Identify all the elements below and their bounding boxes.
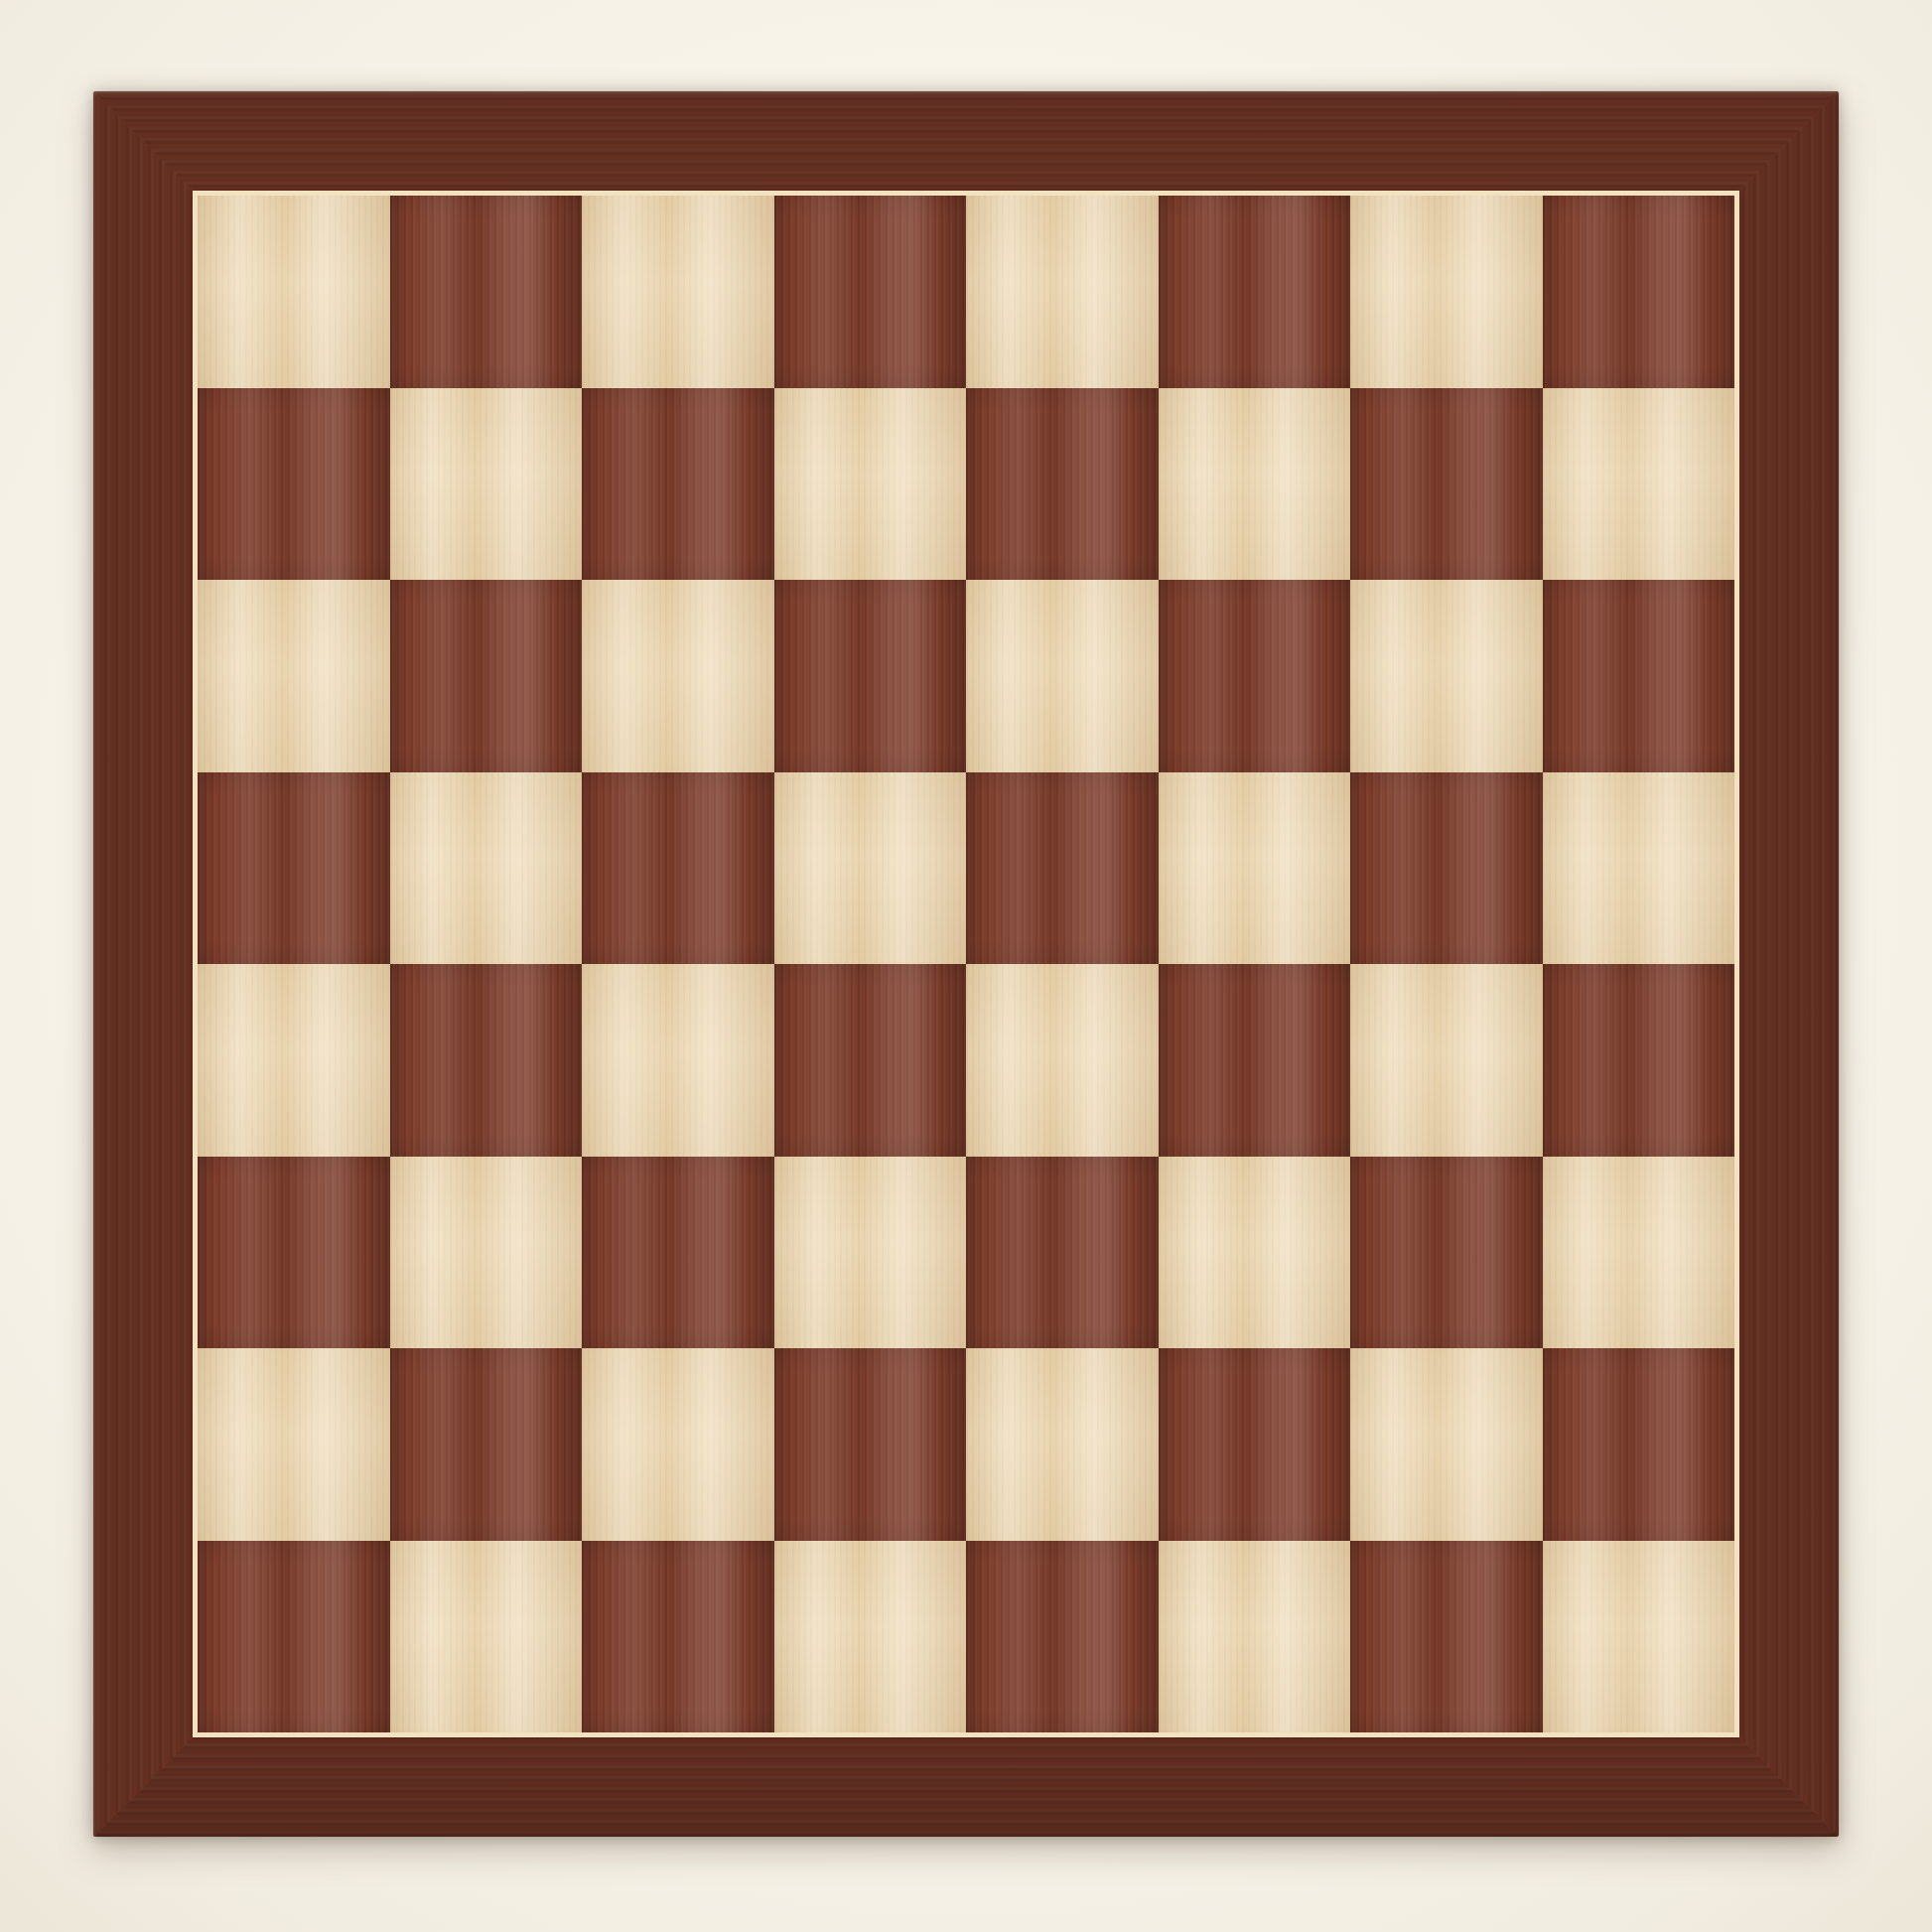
product-photo-background: [0, 0, 1932, 1932]
square-b3: [390, 1157, 583, 1349]
square-g7: [1350, 388, 1543, 581]
square-a5: [198, 772, 390, 965]
square-e7: [966, 388, 1159, 581]
square-e8: [966, 196, 1159, 388]
square-f6: [1159, 580, 1351, 772]
square-c3: [582, 1157, 774, 1349]
square-b1: [390, 1541, 583, 1733]
square-g4: [1350, 964, 1543, 1157]
square-g1: [1350, 1541, 1543, 1733]
square-a8: [198, 196, 390, 388]
square-f4: [1159, 964, 1351, 1157]
square-b4: [390, 964, 583, 1157]
square-d1: [774, 1541, 967, 1733]
square-a2: [198, 1348, 390, 1541]
square-h2: [1543, 1348, 1735, 1541]
square-f8: [1159, 196, 1351, 388]
square-d4: [774, 964, 967, 1157]
square-f7: [1159, 388, 1351, 581]
square-e2: [966, 1348, 1159, 1541]
square-c2: [582, 1348, 774, 1541]
chess-board: [93, 91, 1839, 1837]
square-b8: [390, 196, 583, 388]
square-h8: [1543, 196, 1735, 388]
playing-field: [198, 196, 1734, 1732]
square-h6: [1543, 580, 1735, 772]
square-d5: [774, 772, 967, 965]
square-a3: [198, 1157, 390, 1349]
square-d7: [774, 388, 967, 581]
square-d3: [774, 1157, 967, 1349]
square-e5: [966, 772, 1159, 965]
maple-inlay-line: [193, 191, 1739, 1737]
square-e1: [966, 1541, 1159, 1733]
square-h7: [1543, 388, 1735, 581]
square-c6: [582, 580, 774, 772]
square-b6: [390, 580, 583, 772]
square-a6: [198, 580, 390, 772]
square-c1: [582, 1541, 774, 1733]
square-e6: [966, 580, 1159, 772]
square-c8: [582, 196, 774, 388]
square-f1: [1159, 1541, 1351, 1733]
square-a1: [198, 1541, 390, 1733]
square-h1: [1543, 1541, 1735, 1733]
square-e4: [966, 964, 1159, 1157]
square-h5: [1543, 772, 1735, 965]
square-f2: [1159, 1348, 1351, 1541]
square-b7: [390, 388, 583, 581]
square-g5: [1350, 772, 1543, 965]
square-c4: [582, 964, 774, 1157]
square-f3: [1159, 1157, 1351, 1349]
square-g8: [1350, 196, 1543, 388]
square-a7: [198, 388, 390, 581]
square-g3: [1350, 1157, 1543, 1349]
square-d6: [774, 580, 967, 772]
square-a4: [198, 964, 390, 1157]
square-c7: [582, 388, 774, 581]
square-b2: [390, 1348, 583, 1541]
square-d2: [774, 1348, 967, 1541]
square-c5: [582, 772, 774, 965]
square-h4: [1543, 964, 1735, 1157]
square-h3: [1543, 1157, 1735, 1349]
square-g6: [1350, 580, 1543, 772]
square-g2: [1350, 1348, 1543, 1541]
square-f5: [1159, 772, 1351, 965]
square-d8: [774, 196, 967, 388]
square-e3: [966, 1157, 1159, 1349]
square-b5: [390, 772, 583, 965]
